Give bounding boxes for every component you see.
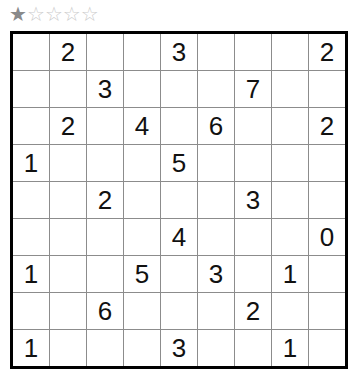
grid-cell[interactable] <box>235 145 271 181</box>
grid-cell[interactable] <box>309 182 345 218</box>
grid-cell[interactable] <box>272 145 308 181</box>
grid-cell[interactable] <box>309 71 345 107</box>
grid-cell[interactable]: 2 <box>50 34 86 70</box>
grid-cell[interactable] <box>309 145 345 181</box>
grid-cell[interactable]: 1 <box>13 256 49 292</box>
grid-cell[interactable] <box>124 293 160 329</box>
grid-cell[interactable] <box>124 219 160 255</box>
grid-cell[interactable] <box>124 71 160 107</box>
star-filled-icon: ★ <box>9 3 27 25</box>
grid-cell[interactable] <box>124 145 160 181</box>
grid-cell[interactable] <box>161 256 197 292</box>
grid-cell[interactable]: 1 <box>13 145 49 181</box>
grid-cell[interactable]: 5 <box>124 256 160 292</box>
grid-cell[interactable] <box>309 293 345 329</box>
grid-cell[interactable] <box>161 108 197 144</box>
star-empty-icon: ☆ <box>27 3 45 25</box>
grid-cell[interactable] <box>198 182 234 218</box>
grid-cell[interactable] <box>50 256 86 292</box>
grid-cell[interactable] <box>50 182 86 218</box>
grid-cell[interactable] <box>198 34 234 70</box>
grid-cell[interactable] <box>272 219 308 255</box>
grid-cell[interactable] <box>198 219 234 255</box>
grid-cell[interactable] <box>124 182 160 218</box>
grid-cell[interactable] <box>124 34 160 70</box>
grid-cell[interactable] <box>13 34 49 70</box>
star-empty-icon: ☆ <box>63 3 81 25</box>
grid-cell[interactable] <box>235 256 271 292</box>
grid-cell[interactable] <box>235 34 271 70</box>
grid-cell[interactable] <box>272 34 308 70</box>
grid-cell[interactable] <box>124 330 160 366</box>
grid-cell[interactable] <box>235 219 271 255</box>
grid-cell[interactable] <box>198 330 234 366</box>
grid-cell[interactable] <box>272 71 308 107</box>
grid-cell[interactable] <box>13 108 49 144</box>
grid-cell[interactable] <box>87 145 123 181</box>
grid-cell[interactable] <box>50 219 86 255</box>
grid-cell[interactable] <box>87 330 123 366</box>
grid-cell[interactable] <box>87 34 123 70</box>
difficulty-rating: ★☆☆☆☆ <box>9 3 99 25</box>
grid-cell[interactable]: 3 <box>161 34 197 70</box>
grid-cell[interactable] <box>235 108 271 144</box>
grid-cell[interactable] <box>87 256 123 292</box>
grid-cell[interactable]: 6 <box>198 108 234 144</box>
grid-cell[interactable]: 2 <box>235 293 271 329</box>
grid-cell[interactable]: 0 <box>309 219 345 255</box>
grid-cell[interactable] <box>13 182 49 218</box>
grid-cell[interactable] <box>87 219 123 255</box>
grid-cell[interactable] <box>50 330 86 366</box>
grid-cell[interactable] <box>13 71 49 107</box>
grid-cell[interactable]: 5 <box>161 145 197 181</box>
grid-cell[interactable]: 1 <box>272 256 308 292</box>
grid-cell[interactable] <box>50 71 86 107</box>
grid-cell[interactable] <box>50 145 86 181</box>
grid-cell[interactable] <box>50 293 86 329</box>
grid-cell[interactable]: 3 <box>235 182 271 218</box>
grid-cell[interactable]: 3 <box>198 256 234 292</box>
grid-cell[interactable] <box>198 71 234 107</box>
grid-cell[interactable]: 2 <box>50 108 86 144</box>
puzzle-board: 232372462152340153162131 <box>10 31 348 369</box>
grid-cell[interactable]: 1 <box>272 330 308 366</box>
grid-cell[interactable] <box>309 330 345 366</box>
grid-cell[interactable] <box>235 330 271 366</box>
star-empty-icon: ☆ <box>45 3 63 25</box>
grid-cell[interactable] <box>309 256 345 292</box>
grid-cell[interactable]: 2 <box>87 182 123 218</box>
grid-cell[interactable]: 4 <box>124 108 160 144</box>
grid-cell[interactable] <box>198 145 234 181</box>
grid-cell[interactable] <box>161 71 197 107</box>
grid-cell[interactable]: 3 <box>87 71 123 107</box>
grid-cell[interactable] <box>13 219 49 255</box>
grid-cell[interactable] <box>87 108 123 144</box>
grid-cell[interactable]: 2 <box>309 108 345 144</box>
grid-cell[interactable] <box>272 108 308 144</box>
grid-cell[interactable]: 7 <box>235 71 271 107</box>
grid-cell[interactable]: 3 <box>161 330 197 366</box>
grid-cell[interactable] <box>272 182 308 218</box>
grid-cell[interactable]: 6 <box>87 293 123 329</box>
grid-cell[interactable] <box>13 293 49 329</box>
grid-cell[interactable] <box>272 293 308 329</box>
grid-cell[interactable]: 1 <box>13 330 49 366</box>
grid-cell[interactable] <box>161 182 197 218</box>
grid-cell[interactable]: 4 <box>161 219 197 255</box>
star-empty-icon: ☆ <box>81 3 99 25</box>
grid-cell[interactable] <box>198 293 234 329</box>
grid-cell[interactable] <box>161 293 197 329</box>
grid-cell[interactable]: 2 <box>309 34 345 70</box>
